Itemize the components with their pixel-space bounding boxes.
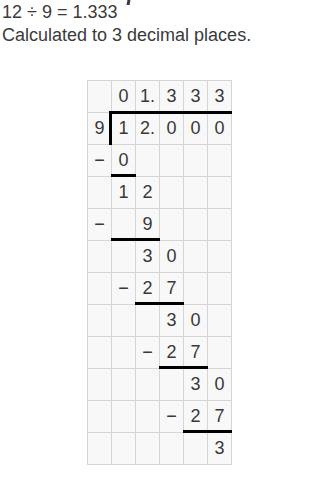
digit-cell: 0 bbox=[184, 305, 208, 337]
digit-cell: 3 bbox=[184, 369, 208, 401]
digit-cell: 2 bbox=[160, 337, 184, 369]
digit-cell: 2 bbox=[136, 273, 160, 305]
digit-cell: 1 bbox=[112, 113, 136, 145]
digit-cell: 0 bbox=[208, 369, 232, 401]
empty-cell bbox=[136, 145, 160, 177]
empty-cell bbox=[112, 305, 136, 337]
subtraction-line bbox=[135, 302, 184, 305]
empty-cell bbox=[88, 369, 112, 401]
empty-cell bbox=[208, 337, 232, 369]
division-bracket-vertical bbox=[109, 111, 112, 145]
empty-cell bbox=[88, 337, 112, 369]
division-grid: 01.333912.000−012−930−2730−2730−273 bbox=[87, 80, 232, 465]
subtraction-line bbox=[111, 238, 160, 241]
digit-cell: 3 bbox=[208, 81, 232, 113]
digit-cell: 0 bbox=[160, 241, 184, 273]
empty-cell bbox=[88, 241, 112, 273]
empty-cell bbox=[184, 177, 208, 209]
digit-cell: 0 bbox=[184, 113, 208, 145]
digit-cell: 3 bbox=[136, 241, 160, 273]
empty-cell bbox=[184, 241, 208, 273]
empty-cell bbox=[112, 401, 136, 433]
cropped-text-artifact bbox=[127, 0, 131, 5]
minus-cell: − bbox=[88, 209, 112, 241]
empty-cell bbox=[184, 273, 208, 305]
digit-cell: 7 bbox=[160, 273, 184, 305]
subtraction-line bbox=[183, 430, 232, 433]
empty-cell bbox=[112, 209, 136, 241]
empty-cell bbox=[88, 273, 112, 305]
empty-cell bbox=[112, 433, 136, 465]
digit-cell: 0 bbox=[112, 145, 136, 177]
empty-cell bbox=[208, 273, 232, 305]
empty-cell bbox=[88, 305, 112, 337]
empty-cell bbox=[88, 433, 112, 465]
minus-cell: − bbox=[112, 273, 136, 305]
empty-cell bbox=[208, 305, 232, 337]
empty-cell bbox=[160, 369, 184, 401]
empty-cell bbox=[184, 209, 208, 241]
empty-cell bbox=[208, 145, 232, 177]
digit-cell: 3 bbox=[160, 305, 184, 337]
digit-cell: 3 bbox=[160, 81, 184, 113]
division-bracket-horizontal bbox=[109, 111, 232, 114]
empty-cell bbox=[160, 145, 184, 177]
empty-cell bbox=[184, 145, 208, 177]
empty-cell bbox=[208, 177, 232, 209]
digit-cell: 0 bbox=[208, 113, 232, 145]
minus-cell: − bbox=[88, 145, 112, 177]
empty-cell bbox=[88, 81, 112, 113]
digit-cell: 3 bbox=[184, 81, 208, 113]
digit-cell: 3 bbox=[208, 433, 232, 465]
empty-cell bbox=[88, 177, 112, 209]
empty-cell bbox=[136, 401, 160, 433]
empty-cell bbox=[208, 209, 232, 241]
empty-cell bbox=[208, 241, 232, 273]
subtraction-line bbox=[159, 366, 208, 369]
digit-cell: 1 bbox=[112, 177, 136, 209]
digit-cell: 2. bbox=[136, 113, 160, 145]
digit-cell: 1. bbox=[136, 81, 160, 113]
empty-cell bbox=[160, 177, 184, 209]
equation-text: 12 ÷ 9 = 1.333 bbox=[2, 1, 117, 24]
empty-cell bbox=[112, 369, 136, 401]
subtraction-line bbox=[111, 174, 136, 177]
empty-cell bbox=[136, 305, 160, 337]
empty-cell bbox=[160, 209, 184, 241]
digit-cell: 2 bbox=[184, 401, 208, 433]
digit-cell: 0 bbox=[160, 113, 184, 145]
empty-cell bbox=[160, 433, 184, 465]
digit-cell: 7 bbox=[184, 337, 208, 369]
empty-cell bbox=[112, 241, 136, 273]
empty-cell bbox=[184, 433, 208, 465]
empty-cell bbox=[112, 337, 136, 369]
precision-note: Calculated to 3 decimal places. bbox=[2, 24, 251, 47]
minus-cell: − bbox=[136, 337, 160, 369]
empty-cell bbox=[88, 401, 112, 433]
empty-cell bbox=[136, 433, 160, 465]
minus-cell: − bbox=[160, 401, 184, 433]
empty-cell bbox=[136, 369, 160, 401]
digit-cell: 9 bbox=[136, 209, 160, 241]
digit-cell: 2 bbox=[136, 177, 160, 209]
digit-cell: 0 bbox=[112, 81, 136, 113]
digit-cell: 7 bbox=[208, 401, 232, 433]
